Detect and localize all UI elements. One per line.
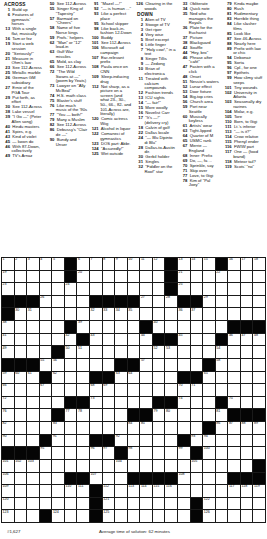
cell-r16c7[interactable] [77,447,89,459]
cell-r12c3[interactable] [27,397,39,409]
cell-r15c19[interactable] [228,435,240,447]
cell-r1c4[interactable]: 4 [40,258,52,270]
cell-r1c21[interactable]: 18 [253,258,265,270]
cell-r13c3[interactable] [27,409,39,421]
cell-r1c16[interactable]: 14 [191,258,203,270]
cell-r5c11[interactable]: 35 [128,308,140,320]
cell-r19c3[interactable] [27,485,39,497]
cell-r15c6[interactable] [65,435,77,447]
cell-r16c20[interactable] [241,447,253,459]
cell-r2c1[interactable]: 19 [2,271,14,283]
cell-r19c12[interactable]: 114 [140,485,152,497]
cell-r5c10[interactable]: 34 [115,308,127,320]
cell-r2c20[interactable] [241,271,253,283]
cell-r16c21[interactable] [253,447,265,459]
cell-r5c13[interactable] [153,308,165,320]
cell-r13c9[interactable] [103,409,115,421]
cell-r6c17[interactable] [203,321,215,333]
cell-r8c6[interactable]: 50 [65,346,77,358]
cell-r14c7[interactable] [77,422,89,434]
cell-r15c2[interactable] [15,435,27,447]
cell-r12c11[interactable] [128,397,140,409]
cell-r18c9[interactable] [103,473,115,485]
cell-r17c9[interactable] [103,460,115,472]
cell-r5c18[interactable] [216,308,228,320]
cell-r1c7[interactable]: 6 [77,258,89,270]
cell-r11c10[interactable] [115,384,127,396]
cell-r20c20[interactable] [241,498,253,510]
cell-r16c14[interactable] [165,447,177,459]
cell-r19c10[interactable] [115,485,127,497]
cell-r11c5[interactable] [52,384,64,396]
cell-r3c6[interactable]: 24 [65,283,77,295]
cell-r2c8[interactable] [90,271,102,283]
cell-r14c13[interactable] [153,422,165,434]
cell-r7c4[interactable] [40,334,52,346]
cell-r14c21[interactable]: 89 [253,422,265,434]
cell-r11c11[interactable] [128,384,140,396]
cell-r18c2[interactable] [15,473,27,485]
cell-r10c2[interactable]: 60 [15,372,27,384]
cell-r2c12[interactable] [140,271,152,283]
cell-r14c6[interactable] [65,422,77,434]
cell-r9c18[interactable]: 58 [216,359,228,371]
cell-r11c14[interactable] [165,384,177,396]
cell-r11c21[interactable] [253,384,265,396]
cell-r21c9[interactable]: 125 [103,510,115,522]
cell-r13c17[interactable] [203,409,215,421]
cell-r21c19[interactable] [228,510,240,522]
cell-r21c12[interactable] [140,510,152,522]
cell-r15c18[interactable] [216,435,228,447]
cell-r12c15[interactable]: 74 [178,397,190,409]
cell-r6c8[interactable] [90,321,102,333]
cell-r10c12[interactable] [140,372,152,384]
cell-r4c7[interactable] [77,296,89,308]
cell-r3c16[interactable] [191,283,203,295]
cell-r5c2[interactable]: 30 [15,308,27,320]
cell-r17c12[interactable] [140,460,152,472]
cell-r14c19[interactable]: 87 [228,422,240,434]
cell-r6c18[interactable] [216,321,228,333]
cell-r9c7[interactable] [77,359,89,371]
cell-r7c3[interactable] [27,334,39,346]
cell-r9c9[interactable] [103,359,115,371]
cell-r18c8[interactable]: 107 [90,473,102,485]
cell-r19c19[interactable]: 117 [228,485,240,497]
cell-r4c6[interactable] [65,296,77,308]
cell-r8c4[interactable] [40,346,52,358]
cell-r2c11[interactable] [128,271,140,283]
cell-r7c6[interactable]: 42 [65,334,77,346]
cell-r2c13[interactable] [153,271,165,283]
cell-r2c5[interactable] [52,271,64,283]
cell-r5c17[interactable] [203,308,215,320]
cell-r14c12[interactable]: 85 [140,422,152,434]
cell-r8c11[interactable] [128,346,140,358]
cell-r2c21[interactable] [253,271,265,283]
cell-r8c3[interactable] [27,346,39,358]
cell-r15c1[interactable]: 90 [2,435,14,447]
cell-r10c10[interactable]: 63 [115,372,127,384]
cell-r19c20[interactable]: 118 [241,485,253,497]
cell-r2c17[interactable] [203,271,215,283]
cell-r1c17[interactable]: 15 [203,258,215,270]
cell-r17c5[interactable] [52,460,64,472]
cell-r3c5[interactable] [52,283,64,295]
cell-r11c9[interactable]: 69 [103,384,115,396]
cell-r12c16[interactable] [191,397,203,409]
cell-r5c7[interactable] [77,308,89,320]
cell-r10c17[interactable]: 65 [203,372,215,384]
cell-r11c19[interactable] [228,384,240,396]
cell-r2c15[interactable]: 21 [178,271,190,283]
cell-r6c4[interactable] [40,321,52,333]
cell-r9c12[interactable]: 57 [140,359,152,371]
cell-r20c11[interactable] [128,498,140,510]
cell-r17c14[interactable] [165,460,177,472]
cell-r18c17[interactable] [203,473,215,485]
cell-r8c2[interactable] [15,346,27,358]
cell-r21c7[interactable] [77,510,89,522]
cell-r14c20[interactable]: 88 [241,422,253,434]
cell-r2c4[interactable] [40,271,52,283]
cell-r20c17[interactable]: 122 [203,498,215,510]
cell-r11c4[interactable]: 67 [40,384,52,396]
cell-r5c16[interactable]: 37 [191,308,203,320]
cell-r1c2[interactable]: 2 [15,258,27,270]
cell-r3c12[interactable] [140,283,152,295]
cell-r14c2[interactable] [15,422,27,434]
cell-r6c15[interactable] [178,321,190,333]
cell-r16c18[interactable] [216,447,228,459]
cell-r6c10[interactable] [115,321,127,333]
cell-r20c9[interactable]: 121 [103,498,115,510]
cell-r2c9[interactable] [103,271,115,283]
cell-r21c3[interactable] [27,510,39,522]
cell-r4c18[interactable] [216,296,228,308]
cell-r17c4[interactable] [40,460,52,472]
cell-r8c14[interactable]: 53 [165,346,177,358]
cell-r20c12[interactable] [140,498,152,510]
cell-r15c7[interactable] [77,435,89,447]
cell-r14c10[interactable] [115,422,127,434]
cell-r10c18[interactable] [216,372,228,384]
cell-r5c6[interactable] [65,308,77,320]
cell-r2c19[interactable] [228,271,240,283]
cell-r21c1[interactable]: 123 [2,510,14,522]
cell-r8c17[interactable] [203,346,215,358]
cell-r14c16[interactable] [191,422,203,434]
cell-r20c6[interactable] [65,498,77,510]
cell-r9c21[interactable] [253,359,265,371]
cell-r3c15[interactable]: 25 [178,283,190,295]
cell-r3c7[interactable] [77,283,89,295]
cell-r19c21[interactable]: 119 [253,485,265,497]
cell-r12c2[interactable] [15,397,27,409]
cell-r10c13[interactable] [153,372,165,384]
cell-r3c18[interactable] [216,283,228,295]
cell-r7c17[interactable] [203,334,215,346]
cell-r10c20[interactable] [241,372,253,384]
cell-r18c1[interactable]: 106 [2,473,14,485]
cell-r3c9[interactable] [103,283,115,295]
cell-r21c6[interactable] [65,510,77,522]
cell-r10c19[interactable] [228,372,240,384]
cell-r6c11[interactable] [128,321,140,333]
cell-r15c16[interactable]: 93 [191,435,203,447]
cell-r16c17[interactable]: 100 [203,447,215,459]
cell-r18c16[interactable] [191,473,203,485]
cell-r20c15[interactable] [178,498,190,510]
cell-r17c3[interactable]: 103 [27,460,39,472]
cell-r13c6[interactable]: 77 [65,409,77,421]
cell-r19c16[interactable] [191,485,203,497]
cell-r1c11[interactable]: 10 [128,258,140,270]
cell-r5c9[interactable]: 33 [103,308,115,320]
cell-r1c5[interactable]: 5 [52,258,64,270]
cell-r18c3[interactable] [27,473,39,485]
cell-r9c6[interactable] [65,359,77,371]
cell-r1c9[interactable]: 8 [103,258,115,270]
cell-r13c8[interactable] [90,409,102,421]
cell-r15c10[interactable]: 92 [115,435,127,447]
cell-r21c18[interactable] [216,510,228,522]
cell-r10c5[interactable]: 62 [52,372,64,384]
cell-r15c12[interactable] [140,435,152,447]
cell-r16c15[interactable]: 99 [178,447,190,459]
cell-r4c14[interactable]: 28 [165,296,177,308]
cell-r16c5[interactable] [52,447,64,459]
cell-r21c21[interactable] [253,510,265,522]
cell-r21c17[interactable]: 126 [203,510,215,522]
cell-r19c13[interactable]: 115 [153,485,165,497]
cell-r13c10[interactable] [115,409,127,421]
cell-r18c18[interactable] [216,473,228,485]
cell-r3c2[interactable] [15,283,27,295]
cell-r8c10[interactable] [115,346,127,358]
cell-r14c3[interactable] [27,422,39,434]
cell-r14c14[interactable] [165,422,177,434]
cell-r8c20[interactable] [241,346,253,358]
cell-r3c13[interactable] [153,283,165,295]
cell-r5c19[interactable] [228,308,240,320]
cell-r16c9[interactable]: 97 [103,447,115,459]
cell-r12c21[interactable] [253,397,265,409]
cell-r17c16[interactable]: 105 [191,460,203,472]
cell-r17c11[interactable] [128,460,140,472]
cell-r19c7[interactable]: 111 [77,485,89,497]
cell-r11c2[interactable] [15,384,27,396]
cell-r5c20[interactable] [241,308,253,320]
cell-r7c1[interactable]: 41 [2,334,14,346]
cell-r20c19[interactable] [228,498,240,510]
cell-r17c15[interactable] [178,460,190,472]
cell-r20c2[interactable] [15,498,27,510]
cell-r20c5[interactable] [52,498,64,510]
cell-r7c16[interactable] [191,334,203,346]
cell-r3c19[interactable] [228,283,240,295]
cell-r21c11[interactable] [128,510,140,522]
cell-r9c14[interactable] [165,359,177,371]
cell-r8c19[interactable] [228,346,240,358]
cell-r13c16[interactable] [191,409,203,421]
cell-r2c16[interactable] [191,271,203,283]
cell-r12c10[interactable] [115,397,127,409]
cell-r19c2[interactable] [15,485,27,497]
cell-r16c13[interactable] [153,447,165,459]
cell-r1c13[interactable]: 12 [153,258,165,270]
cell-r4c4[interactable]: 26 [40,296,52,308]
cell-r7c8[interactable]: 43 [90,334,102,346]
cell-r11c7[interactable] [77,384,89,396]
cell-r2c18[interactable]: 22 [216,271,228,283]
cell-r21c20[interactable] [241,510,253,522]
cell-r5c12[interactable] [140,308,152,320]
cell-r8c7[interactable]: 51 [77,346,89,358]
cell-r1c3[interactable]: 3 [27,258,39,270]
cell-r7c21[interactable]: 48 [253,334,265,346]
cell-r17c7[interactable] [77,460,89,472]
cell-r3c4[interactable] [40,283,52,295]
cell-r8c13[interactable]: 52 [153,346,165,358]
cell-r11c12[interactable] [140,384,152,396]
cell-r19c6[interactable]: 110 [65,485,77,497]
cell-r16c4[interactable]: 95 [40,447,52,459]
cell-r3c8[interactable] [90,283,102,295]
cell-r20c4[interactable] [40,498,52,510]
cell-r12c17[interactable] [203,397,215,409]
cell-r12c4[interactable] [40,397,52,409]
cell-r3c3[interactable] [27,283,39,295]
cell-r21c10[interactable] [115,510,127,522]
cell-r19c1[interactable]: 109 [2,485,14,497]
cell-r14c1[interactable]: 82 [2,422,14,434]
cell-r20c14[interactable] [165,498,177,510]
cell-r19c17[interactable] [203,485,215,497]
cell-r17c6[interactable] [65,460,77,472]
cell-r17c10[interactable]: 104 [115,460,127,472]
cell-r14c8[interactable] [90,422,102,434]
cell-r5c21[interactable] [253,308,265,320]
cell-r14c4[interactable] [40,422,52,434]
cell-r3c21[interactable] [253,283,265,295]
cell-r17c13[interactable] [153,460,165,472]
cell-r15c17[interactable]: 94 [203,435,215,447]
cell-r3c17[interactable] [203,283,215,295]
cell-r15c3[interactable] [27,435,39,447]
cell-r11c6[interactable] [65,384,77,396]
cell-r12c9[interactable] [103,397,115,409]
cell-r7c20[interactable]: 47 [241,334,253,346]
cell-r10c21[interactable] [253,372,265,384]
cell-r20c7[interactable] [77,498,89,510]
cell-r11c3[interactable] [27,384,39,396]
cell-r19c18[interactable] [216,485,228,497]
cell-r9c4[interactable]: 55 [40,359,52,371]
cell-r20c1[interactable]: 120 [2,498,14,510]
cell-r6c5[interactable] [52,321,64,333]
cell-r9c15[interactable] [178,359,190,371]
cell-r9c20[interactable] [241,359,253,371]
cell-r8c12[interactable] [140,346,152,358]
cell-r1c15[interactable]: 13 [178,258,190,270]
cell-r12c5[interactable] [52,397,64,409]
cell-r15c20[interactable] [241,435,253,447]
cell-r10c3[interactable]: 61 [27,372,39,384]
cell-r6c16[interactable] [191,321,203,333]
cell-r17c18[interactable] [216,460,228,472]
cell-r13c14[interactable]: 80 [165,409,177,421]
cell-r8c21[interactable] [253,346,265,358]
cell-r13c2[interactable] [15,409,27,421]
cell-r15c13[interactable] [153,435,165,447]
cell-r16c6[interactable] [65,447,77,459]
cell-r4c19[interactable] [228,296,240,308]
cell-r15c5[interactable]: 91 [52,435,64,447]
cell-r1c1[interactable]: 1 [2,258,14,270]
cell-r4c12[interactable]: 27 [140,296,152,308]
cell-r12c8[interactable]: 73 [90,397,102,409]
cell-r16c19[interactable] [228,447,240,459]
cell-r2c2[interactable] [15,271,27,283]
cell-r11c18[interactable] [216,384,228,396]
cell-r7c10[interactable] [115,334,127,346]
cell-r19c14[interactable]: 116 [165,485,177,497]
cell-r8c18[interactable]: 54 [216,346,228,358]
cell-r13c4[interactable] [40,409,52,421]
cell-r3c10[interactable] [115,283,127,295]
cell-r20c18[interactable] [216,498,228,510]
cell-r13c13[interactable]: 79 [153,409,165,421]
cell-r1c10[interactable]: 9 [115,258,127,270]
cell-r2c10[interactable] [115,271,127,283]
cell-r2c7[interactable]: 20 [77,271,89,283]
cell-r13c15[interactable] [178,409,190,421]
cell-r17c2[interactable]: 102 [15,460,27,472]
cell-r15c21[interactable] [253,435,265,447]
cell-r18c5[interactable] [52,473,64,485]
cell-r13c1[interactable]: 76 [2,409,14,421]
cell-r4c20[interactable] [241,296,253,308]
cell-r12c1[interactable]: 72 [2,397,14,409]
cell-r8c16[interactable] [191,346,203,358]
cell-r11c17[interactable] [203,384,215,396]
cell-r5c5[interactable] [52,308,64,320]
cell-r7c11[interactable] [128,334,140,346]
cell-r12c20[interactable] [241,397,253,409]
cell-r15c11[interactable] [128,435,140,447]
cell-r13c7[interactable]: 78 [77,409,89,421]
cell-r2c3[interactable] [27,271,39,283]
cell-r7c9[interactable] [103,334,115,346]
cell-r14c15[interactable] [178,422,190,434]
cell-r8c9[interactable] [103,346,115,358]
cell-r21c13[interactable] [153,510,165,522]
cell-r17c8[interactable] [90,460,102,472]
cell-r15c14[interactable] [165,435,177,447]
cell-r9c19[interactable] [228,359,240,371]
cell-r3c11[interactable] [128,283,140,295]
cell-r10c6[interactable] [65,372,77,384]
cell-r6c7[interactable]: 39 [77,321,89,333]
cell-r11c13[interactable] [153,384,165,396]
cell-r20c21[interactable] [253,498,265,510]
cell-r12c12[interactable] [140,397,152,409]
cell-r14c5[interactable]: 83 [52,422,64,434]
cell-r5c3[interactable]: 31 [27,308,39,320]
cell-r17c17[interactable] [203,460,215,472]
